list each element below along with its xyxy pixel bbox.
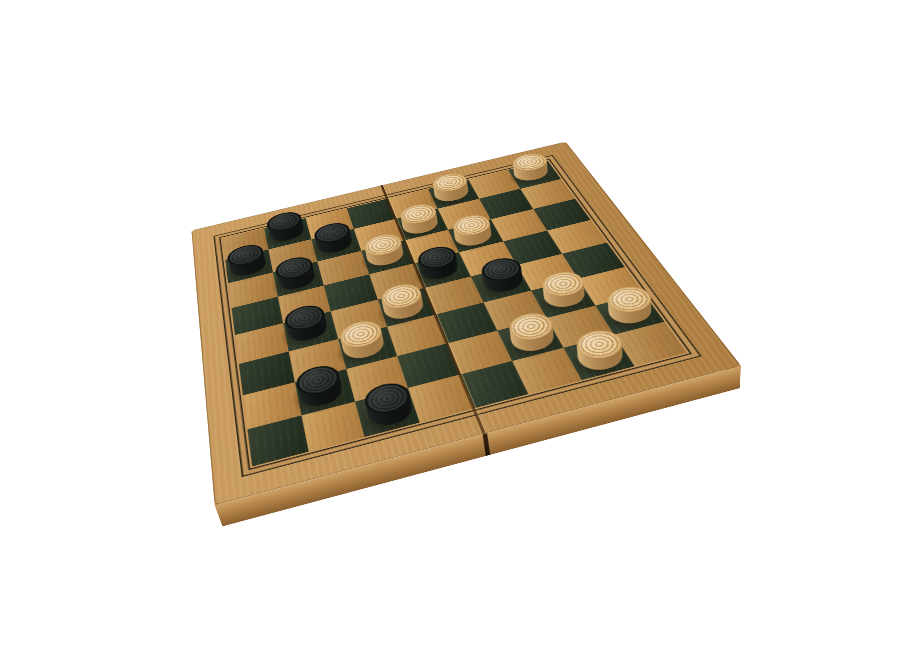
square-a4[interactable] [235, 323, 289, 364]
checkers-board [197, 160, 739, 526]
square-a3[interactable] [239, 351, 295, 395]
checker-dark-c1[interactable] [365, 392, 417, 431]
checker-light-g1[interactable] [572, 340, 629, 376]
product-photo-scene [0, 0, 900, 664]
square-a1[interactable] [247, 415, 308, 466]
fold-seam-front [483, 433, 491, 456]
